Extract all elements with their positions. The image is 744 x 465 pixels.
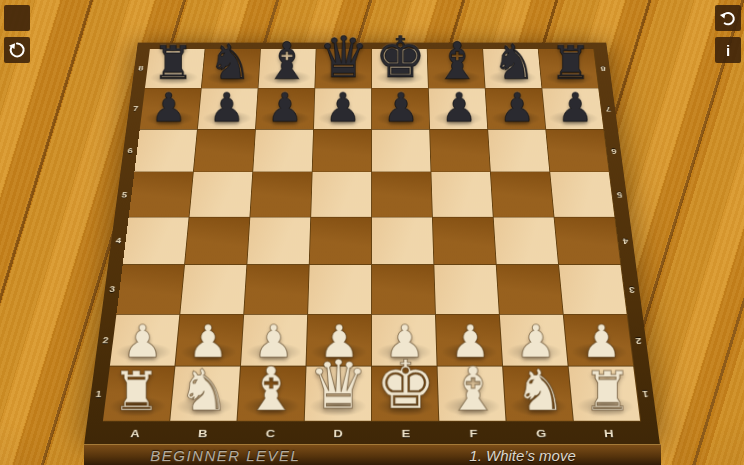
file-label-G: G: [507, 422, 576, 445]
piece-black-pawn-c7[interactable]: ♟: [266, 87, 302, 127]
menu-button[interactable]: [4, 5, 30, 31]
piece-black-knight-g8[interactable]: ♞: [492, 38, 535, 86]
file-label-C: C: [236, 422, 305, 445]
square-b8[interactable]: ♞: [202, 49, 261, 88]
info-button[interactable]: i: [715, 37, 741, 63]
file-label-E: E: [372, 422, 440, 445]
square-a3[interactable]: [116, 265, 185, 315]
square-d8[interactable]: ♛: [315, 49, 372, 88]
square-g4[interactable]: [494, 217, 559, 264]
piece-black-knight-b8[interactable]: ♞: [208, 38, 251, 86]
move-status-label: 1. White’s move: [469, 447, 575, 464]
square-g6[interactable]: [488, 129, 550, 172]
piece-black-pawn-d7[interactable]: ♟: [325, 87, 361, 127]
square-c5[interactable]: [250, 172, 312, 217]
square-a6[interactable]: [134, 129, 197, 172]
square-h8[interactable]: ♜: [539, 49, 599, 88]
square-h6[interactable]: [546, 129, 609, 172]
piece-black-queen-d8[interactable]: ♛: [318, 29, 369, 86]
undo-button[interactable]: [715, 5, 741, 31]
square-g3[interactable]: [497, 265, 564, 315]
square-c6[interactable]: [253, 129, 314, 172]
piece-black-pawn-e7[interactable]: ♟: [383, 87, 419, 127]
square-f7[interactable]: ♟: [429, 88, 488, 129]
square-d1[interactable]: ♛: [305, 367, 372, 422]
square-c8[interactable]: ♝: [258, 49, 316, 88]
square-a4[interactable]: [123, 217, 190, 264]
square-a8[interactable]: ♜: [145, 49, 205, 88]
square-f5[interactable]: [431, 172, 493, 217]
square-h7[interactable]: ♟: [542, 88, 604, 129]
square-h1[interactable]: ♜: [569, 367, 641, 422]
file-labels: ABCDEFGH: [100, 422, 644, 445]
file-label-D: D: [304, 422, 372, 445]
square-b4[interactable]: [185, 217, 250, 264]
file-label-H: H: [574, 422, 644, 445]
square-d6[interactable]: [313, 129, 372, 172]
piece-white-knight-b1[interactable]: ♞: [178, 362, 229, 419]
square-a7[interactable]: ♟: [140, 88, 202, 129]
square-b6[interactable]: [194, 129, 256, 172]
square-c4[interactable]: [247, 217, 311, 264]
undo-arrow-icon: [719, 9, 737, 27]
piece-white-queen-d1[interactable]: ♛: [308, 352, 368, 419]
piece-black-bishop-c8[interactable]: ♝: [264, 35, 310, 86]
file-label-F: F: [439, 422, 508, 445]
rotate-icon: [8, 41, 26, 59]
square-h5[interactable]: [550, 172, 615, 217]
piece-white-pawn-h2[interactable]: ♟: [581, 319, 622, 364]
square-d5[interactable]: [311, 172, 372, 217]
piece-black-pawn-f7[interactable]: ♟: [441, 87, 477, 127]
piece-black-pawn-g7[interactable]: ♟: [499, 87, 535, 127]
square-d4[interactable]: [310, 217, 372, 264]
square-h4[interactable]: [555, 217, 622, 264]
square-b3[interactable]: [180, 265, 247, 315]
square-a5[interactable]: [129, 172, 194, 217]
piece-black-rook-a8[interactable]: ♜: [152, 40, 193, 86]
square-b7[interactable]: ♟: [198, 88, 259, 129]
square-g1[interactable]: ♞: [503, 367, 574, 422]
square-c7[interactable]: ♟: [256, 88, 315, 129]
chess-board: ♜♞♝♛♚♝♞♜♟♟♟♟♟♟♟♟♟♟♟♟♟♟♟♟♜♞♝♛♚♝♞♜: [103, 49, 641, 422]
square-e8[interactable]: ♚: [372, 49, 429, 88]
piece-black-bishop-f8[interactable]: ♝: [434, 35, 480, 86]
rotate-board-button[interactable]: [4, 37, 30, 63]
file-label-B: B: [168, 422, 237, 445]
square-g7[interactable]: ♟: [486, 88, 547, 129]
file-label-A: A: [100, 422, 170, 445]
piece-white-rook-a1[interactable]: ♜: [112, 365, 161, 419]
square-f8[interactable]: ♝: [428, 49, 486, 88]
piece-black-pawn-a7[interactable]: ♟: [150, 87, 186, 127]
square-f6[interactable]: [430, 129, 491, 172]
square-e5[interactable]: [372, 172, 433, 217]
piece-white-bishop-f1[interactable]: ♝: [445, 359, 499, 419]
square-d3[interactable]: [308, 265, 372, 315]
square-e6[interactable]: [372, 129, 431, 172]
square-e1[interactable]: ♚: [372, 367, 439, 422]
piece-white-knight-g1[interactable]: ♞: [514, 362, 565, 419]
square-b5[interactable]: [189, 172, 253, 217]
piece-white-bishop-c1[interactable]: ♝: [243, 359, 297, 419]
square-f3[interactable]: [434, 265, 499, 315]
piece-black-rook-h8[interactable]: ♜: [550, 40, 591, 86]
info-icon: i: [726, 42, 730, 59]
square-e4[interactable]: [372, 217, 434, 264]
app-screen: i ♜♞♝♛♚♝♞♜♟♟♟♟♟♟♟♟♟♟♟♟♟♟♟♟♜♞♝♛♚♝♞♜ 87654…: [0, 0, 744, 465]
board-3d: ♜♞♝♛♚♝♞♜♟♟♟♟♟♟♟♟♟♟♟♟♟♟♟♟♜♞♝♛♚♝♞♜ 8765432…: [84, 43, 660, 445]
square-c1[interactable]: ♝: [237, 367, 306, 422]
piece-black-pawn-h7[interactable]: ♟: [557, 87, 593, 127]
piece-white-pawn-a2[interactable]: ♟: [122, 319, 163, 364]
board-front-face: BEGINNER LEVEL 1. White’s move: [84, 444, 661, 465]
square-f4[interactable]: [433, 217, 497, 264]
piece-black-pawn-b7[interactable]: ♟: [208, 87, 244, 127]
piece-black-king-e8[interactable]: ♚: [375, 29, 426, 86]
piece-white-rook-h1[interactable]: ♜: [583, 365, 632, 419]
square-c3[interactable]: [244, 265, 309, 315]
square-e7[interactable]: ♟: [372, 88, 430, 129]
square-g5[interactable]: [491, 172, 555, 217]
square-h3[interactable]: [559, 265, 628, 315]
square-d7[interactable]: ♟: [314, 88, 372, 129]
square-e3[interactable]: [372, 265, 436, 315]
square-f1[interactable]: ♝: [438, 367, 507, 422]
piece-white-king-e1[interactable]: ♚: [375, 352, 435, 419]
square-a1[interactable]: ♜: [103, 367, 175, 422]
level-label: BEGINNER LEVEL: [150, 447, 300, 464]
square-g8[interactable]: ♞: [483, 49, 542, 88]
square-b1[interactable]: ♞: [170, 367, 241, 422]
